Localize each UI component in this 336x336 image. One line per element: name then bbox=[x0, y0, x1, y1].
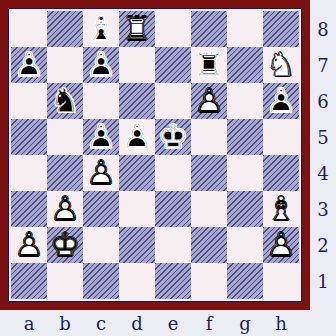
file-label-a: a bbox=[11, 310, 47, 336]
piece-black-pawn[interactable]: ♟♙ bbox=[119, 119, 155, 155]
square-f1[interactable] bbox=[191, 263, 227, 299]
square-g5[interactable] bbox=[227, 119, 263, 155]
black-knight-detail: ♘ bbox=[47, 83, 83, 119]
piece-white-rook[interactable]: ♜♖ bbox=[119, 11, 155, 47]
rank-label-5: 5 bbox=[310, 119, 336, 155]
square-b1[interactable] bbox=[47, 263, 83, 299]
square-h5[interactable] bbox=[263, 119, 299, 155]
square-a7[interactable]: ♟♙ bbox=[11, 47, 47, 83]
square-c1[interactable] bbox=[83, 263, 119, 299]
board-inner-border: ♝♗♜♖♟♙♟♙♜♖♞♘♞♘♟♙♟♙♟♙♟♙♚♔♟♙♟♙♝♗♟♙♚♔♟♙ bbox=[8, 8, 302, 302]
black-pawn-detail: ♙ bbox=[83, 47, 119, 83]
black-pawn-detail: ♙ bbox=[83, 119, 119, 155]
file-labels: abcdefgh bbox=[11, 310, 299, 336]
white-pawn-detail: ♙ bbox=[83, 155, 119, 191]
white-pawn-detail: ♙ bbox=[11, 227, 47, 263]
square-a6[interactable] bbox=[11, 83, 47, 119]
white-king-detail: ♔ bbox=[47, 227, 83, 263]
piece-black-knight[interactable]: ♞♘ bbox=[47, 83, 83, 119]
piece-white-pawn[interactable]: ♟♙ bbox=[47, 191, 83, 227]
square-e4[interactable] bbox=[155, 155, 191, 191]
chess-diagram: ♝♗♜♖♟♙♟♙♜♖♞♘♞♘♟♙♟♙♟♙♟♙♚♔♟♙♟♙♝♗♟♙♚♔♟♙ 876… bbox=[0, 0, 336, 336]
square-g7[interactable] bbox=[227, 47, 263, 83]
black-pawn-detail: ♙ bbox=[263, 83, 299, 119]
black-pawn-detail: ♙ bbox=[119, 119, 155, 155]
piece-white-bishop[interactable]: ♝♗ bbox=[263, 191, 299, 227]
file-label-e: e bbox=[155, 310, 191, 336]
square-h2[interactable]: ♟♙ bbox=[263, 227, 299, 263]
rank-label-3: 3 bbox=[310, 191, 336, 227]
piece-white-knight[interactable]: ♞♘ bbox=[263, 47, 299, 83]
square-d1[interactable] bbox=[119, 263, 155, 299]
piece-black-pawn[interactable]: ♟♙ bbox=[83, 119, 119, 155]
square-d4[interactable] bbox=[119, 155, 155, 191]
square-b5[interactable] bbox=[47, 119, 83, 155]
piece-white-pawn[interactable]: ♟♙ bbox=[11, 227, 47, 263]
square-f2[interactable] bbox=[191, 227, 227, 263]
black-bishop-detail: ♗ bbox=[83, 11, 119, 47]
square-d3[interactable] bbox=[119, 191, 155, 227]
square-f6[interactable]: ♟♙ bbox=[191, 83, 227, 119]
file-label-b: b bbox=[47, 310, 83, 336]
square-h6[interactable]: ♟♙ bbox=[263, 83, 299, 119]
square-f4[interactable] bbox=[191, 155, 227, 191]
file-label-c: c bbox=[83, 310, 119, 336]
square-b7[interactable] bbox=[47, 47, 83, 83]
square-c5[interactable]: ♟♙ bbox=[83, 119, 119, 155]
square-d8[interactable]: ♜♖ bbox=[119, 11, 155, 47]
white-pawn-detail: ♙ bbox=[263, 227, 299, 263]
rank-label-1: 1 bbox=[310, 263, 336, 299]
square-e2[interactable] bbox=[155, 227, 191, 263]
piece-white-pawn[interactable]: ♟♙ bbox=[263, 227, 299, 263]
square-h4[interactable] bbox=[263, 155, 299, 191]
square-b4[interactable] bbox=[47, 155, 83, 191]
square-c3[interactable] bbox=[83, 191, 119, 227]
square-h1[interactable] bbox=[263, 263, 299, 299]
white-bishop-detail: ♗ bbox=[263, 191, 299, 227]
piece-black-rook[interactable]: ♜♖ bbox=[191, 47, 227, 83]
square-b8[interactable] bbox=[47, 11, 83, 47]
square-f8[interactable] bbox=[191, 11, 227, 47]
white-knight-detail: ♘ bbox=[263, 47, 299, 83]
square-e1[interactable] bbox=[155, 263, 191, 299]
square-a8[interactable] bbox=[11, 11, 47, 47]
square-b3[interactable]: ♟♙ bbox=[47, 191, 83, 227]
square-c2[interactable] bbox=[83, 227, 119, 263]
square-h7[interactable]: ♞♘ bbox=[263, 47, 299, 83]
white-pawn-detail: ♙ bbox=[191, 83, 227, 119]
square-h8[interactable] bbox=[263, 11, 299, 47]
rank-label-2: 2 bbox=[310, 227, 336, 263]
square-c6[interactable] bbox=[83, 83, 119, 119]
black-pawn-detail: ♙ bbox=[11, 47, 47, 83]
square-d7[interactable] bbox=[119, 47, 155, 83]
square-g8[interactable] bbox=[227, 11, 263, 47]
file-label-d: d bbox=[119, 310, 155, 336]
square-a1[interactable] bbox=[11, 263, 47, 299]
square-e3[interactable] bbox=[155, 191, 191, 227]
square-f3[interactable] bbox=[191, 191, 227, 227]
file-label-f: f bbox=[191, 310, 227, 336]
square-a4[interactable] bbox=[11, 155, 47, 191]
black-king-detail: ♔ bbox=[155, 119, 191, 155]
square-g6[interactable] bbox=[227, 83, 263, 119]
square-e5[interactable]: ♚♔ bbox=[155, 119, 191, 155]
board-frame: ♝♗♜♖♟♙♟♙♜♖♞♘♞♘♟♙♟♙♟♙♟♙♚♔♟♙♟♙♝♗♟♙♚♔♟♙ bbox=[0, 0, 310, 310]
file-label-h: h bbox=[263, 310, 299, 336]
square-g4[interactable] bbox=[227, 155, 263, 191]
square-g2[interactable] bbox=[227, 227, 263, 263]
square-f7[interactable]: ♜♖ bbox=[191, 47, 227, 83]
square-e8[interactable] bbox=[155, 11, 191, 47]
rank-label-8: 8 bbox=[310, 11, 336, 47]
piece-white-pawn[interactable]: ♟♙ bbox=[83, 155, 119, 191]
square-a3[interactable] bbox=[11, 191, 47, 227]
rank-label-6: 6 bbox=[310, 83, 336, 119]
piece-black-pawn[interactable]: ♟♙ bbox=[11, 47, 47, 83]
rank-labels: 87654321 bbox=[310, 11, 336, 299]
square-d2[interactable] bbox=[119, 227, 155, 263]
file-label-g: g bbox=[227, 310, 263, 336]
square-d6[interactable] bbox=[119, 83, 155, 119]
square-c7[interactable]: ♟♙ bbox=[83, 47, 119, 83]
piece-white-king[interactable]: ♚♔ bbox=[47, 227, 83, 263]
square-g1[interactable] bbox=[227, 263, 263, 299]
black-rook-detail: ♖ bbox=[191, 47, 227, 83]
square-f5[interactable] bbox=[191, 119, 227, 155]
square-b6[interactable]: ♞♘ bbox=[47, 83, 83, 119]
rank-label-7: 7 bbox=[310, 47, 336, 83]
square-e7[interactable] bbox=[155, 47, 191, 83]
chess-board: ♝♗♜♖♟♙♟♙♜♖♞♘♞♘♟♙♟♙♟♙♟♙♚♔♟♙♟♙♝♗♟♙♚♔♟♙ bbox=[11, 11, 299, 299]
rank-label-4: 4 bbox=[310, 155, 336, 191]
square-c8[interactable]: ♝♗ bbox=[83, 11, 119, 47]
square-e6[interactable] bbox=[155, 83, 191, 119]
square-h3[interactable]: ♝♗ bbox=[263, 191, 299, 227]
square-a5[interactable] bbox=[11, 119, 47, 155]
piece-black-bishop[interactable]: ♝♗ bbox=[83, 11, 119, 47]
piece-black-pawn[interactable]: ♟♙ bbox=[83, 47, 119, 83]
square-b2[interactable]: ♚♔ bbox=[47, 227, 83, 263]
piece-white-pawn[interactable]: ♟♙ bbox=[191, 83, 227, 119]
white-rook-detail: ♖ bbox=[119, 11, 155, 47]
piece-black-king[interactable]: ♚♔ bbox=[155, 119, 191, 155]
square-a2[interactable]: ♟♙ bbox=[11, 227, 47, 263]
piece-black-pawn[interactable]: ♟♙ bbox=[263, 83, 299, 119]
square-g3[interactable] bbox=[227, 191, 263, 227]
white-pawn-detail: ♙ bbox=[47, 191, 83, 227]
square-d5[interactable]: ♟♙ bbox=[119, 119, 155, 155]
square-c4[interactable]: ♟♙ bbox=[83, 155, 119, 191]
